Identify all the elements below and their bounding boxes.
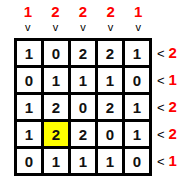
grid-cell[interactable]: 0 bbox=[71, 95, 95, 119]
chevron-left-icon: < bbox=[157, 47, 165, 60]
chevron-left-icon: < bbox=[157, 128, 165, 141]
chevron-down-icon: v bbox=[25, 21, 31, 34]
row-clue-value: 1 bbox=[169, 71, 177, 89]
grid-cell[interactable]: 1 bbox=[17, 41, 41, 65]
chevron-left-icon: < bbox=[157, 74, 165, 87]
chevron-left-icon: < bbox=[157, 101, 165, 114]
row-clue-value: 2 bbox=[169, 44, 177, 62]
grid-cell[interactable]: 2 bbox=[44, 95, 68, 119]
column-clue: 1 v bbox=[14, 3, 42, 34]
column-clue: 2 v bbox=[97, 3, 125, 34]
column-clue: 1 v bbox=[124, 3, 152, 34]
grid-cell[interactable]: 1 bbox=[98, 68, 122, 92]
row-clues: < 2 < 1 < 2 < 2 < 1 bbox=[157, 41, 177, 173]
grid-cell[interactable]: 1 bbox=[98, 149, 122, 173]
grid-cell[interactable]: 1 bbox=[71, 149, 95, 173]
column-clue-value: 2 bbox=[79, 3, 87, 21]
chevron-down-icon: v bbox=[135, 21, 141, 34]
grid-cell[interactable]: 2 bbox=[71, 41, 95, 65]
puzzle-board: 1 0 2 2 1 0 1 1 1 0 1 2 0 2 1 1 2 2 0 1 … bbox=[14, 38, 152, 176]
column-clue: 2 v bbox=[42, 3, 70, 34]
puzzle-canvas: 1 v 2 v 2 v 2 v 1 v 1 0 2 2 1 0 1 1 1 0 … bbox=[0, 0, 188, 188]
column-clue-value: 2 bbox=[106, 3, 114, 21]
chevron-down-icon: v bbox=[80, 21, 86, 34]
grid-cell-highlighted[interactable]: 2 bbox=[44, 122, 68, 146]
grid-cell[interactable]: 1 bbox=[71, 68, 95, 92]
row-clue-value: 2 bbox=[169, 98, 177, 116]
chevron-left-icon: < bbox=[157, 155, 165, 168]
column-clue-value: 1 bbox=[134, 3, 142, 21]
grid-cell[interactable]: 0 bbox=[44, 41, 68, 65]
grid-cell[interactable]: 1 bbox=[17, 95, 41, 119]
grid-cell[interactable]: 1 bbox=[125, 122, 149, 146]
grid-cell[interactable]: 2 bbox=[71, 122, 95, 146]
grid-cell[interactable]: 0 bbox=[125, 149, 149, 173]
row-clue: < 1 bbox=[157, 68, 177, 92]
row-clue-value: 1 bbox=[169, 152, 177, 170]
column-clues: 1 v 2 v 2 v 2 v 1 v bbox=[14, 3, 152, 34]
column-clue: 2 v bbox=[69, 3, 97, 34]
row-clue: < 2 bbox=[157, 41, 177, 65]
grid-cell[interactable]: 0 bbox=[98, 122, 122, 146]
grid-cell[interactable]: 1 bbox=[44, 149, 68, 173]
chevron-down-icon: v bbox=[108, 21, 114, 34]
grid-cell[interactable]: 1 bbox=[17, 122, 41, 146]
grid-cell[interactable]: 0 bbox=[17, 68, 41, 92]
row-clue: < 2 bbox=[157, 122, 177, 146]
grid-cell[interactable]: 0 bbox=[17, 149, 41, 173]
grid-cell[interactable]: 0 bbox=[125, 68, 149, 92]
grid-cell[interactable]: 2 bbox=[98, 95, 122, 119]
column-clue-value: 2 bbox=[51, 3, 59, 21]
column-clue-value: 1 bbox=[24, 3, 32, 21]
grid-cell[interactable]: 2 bbox=[98, 41, 122, 65]
grid-cell[interactable]: 1 bbox=[44, 68, 68, 92]
chevron-down-icon: v bbox=[53, 21, 59, 34]
row-clue: < 2 bbox=[157, 95, 177, 119]
row-clue: < 1 bbox=[157, 149, 177, 173]
grid-cell[interactable]: 1 bbox=[125, 41, 149, 65]
grid-cell[interactable]: 1 bbox=[125, 95, 149, 119]
row-clue-value: 2 bbox=[169, 125, 177, 143]
